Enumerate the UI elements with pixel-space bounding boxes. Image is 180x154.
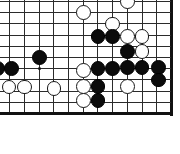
- black-stone: [120, 44, 135, 59]
- black-stone: [105, 61, 120, 76]
- white-stone: [120, 29, 135, 44]
- white-stone: [17, 80, 32, 95]
- go-board: [0, 0, 180, 154]
- go-diagram-scan: [0, 0, 180, 154]
- black-stone: [91, 93, 106, 108]
- board-bottom-edge: [0, 112, 173, 115]
- black-stone: [91, 61, 106, 76]
- white-stone: [76, 63, 91, 78]
- black-stone: [91, 79, 106, 94]
- white-stone: [135, 29, 150, 44]
- black-stone: [120, 60, 135, 75]
- grid-line-horizontal: [0, 1, 171, 2]
- white-stone: [2, 80, 17, 95]
- black-stone: [91, 29, 106, 44]
- white-stone: [120, 0, 135, 9]
- white-stone: [120, 79, 135, 94]
- grid-line-horizontal: [0, 23, 171, 24]
- black-stone: [32, 50, 47, 65]
- black-stone: [151, 73, 166, 88]
- black-stone: [105, 29, 120, 44]
- white-stone: [76, 93, 91, 108]
- black-stone: [4, 61, 19, 76]
- black-stone: [135, 60, 150, 75]
- white-stone: [76, 79, 91, 94]
- white-stone: [47, 81, 62, 96]
- white-stone: [76, 5, 91, 20]
